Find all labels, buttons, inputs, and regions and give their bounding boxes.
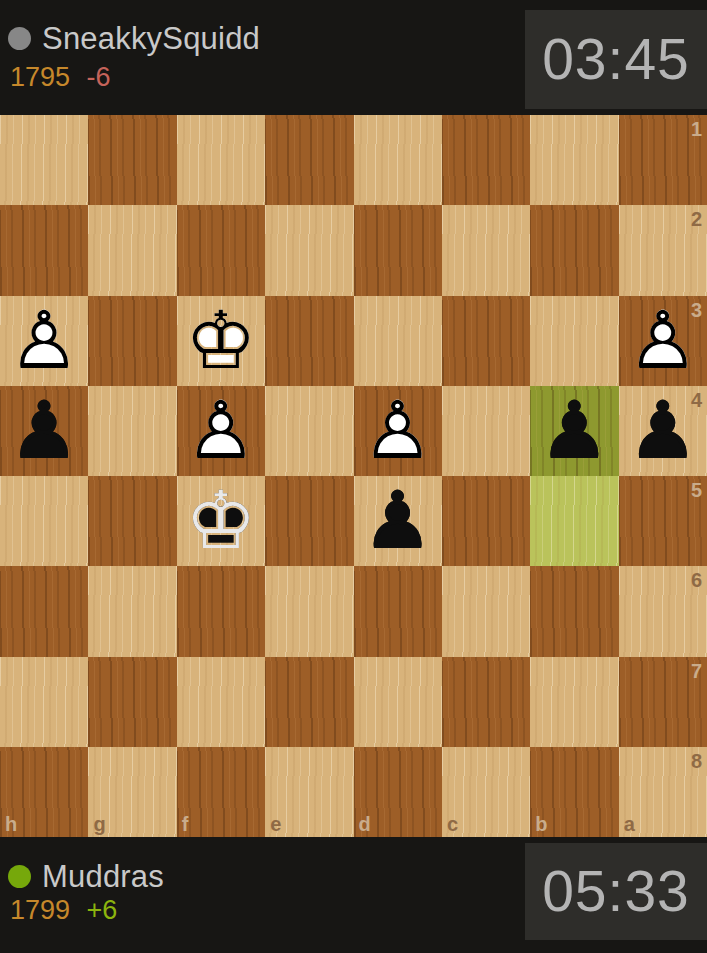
square-g6[interactable] (88, 566, 176, 656)
square-g7[interactable] (88, 657, 176, 747)
square-b8[interactable]: b (530, 747, 618, 837)
rank-label-8: 8 (691, 751, 702, 771)
square-c1[interactable] (442, 115, 530, 205)
top-player-name: SneakkySquidd (42, 23, 260, 54)
square-h7[interactable] (0, 657, 88, 747)
square-f7[interactable] (177, 657, 265, 747)
top-player-bar: SneakkySquidd 1795 -6 03:45 (0, 0, 707, 115)
square-e3[interactable] (265, 296, 353, 386)
square-f8[interactable]: f (177, 747, 265, 837)
square-d7[interactable] (354, 657, 442, 747)
white-king-piece: ♚♔ (177, 296, 265, 386)
file-label-c: c (447, 814, 458, 834)
top-player-clock: 03:45 (525, 10, 707, 109)
square-c4[interactable] (442, 386, 530, 476)
file-label-g: g (93, 814, 105, 834)
top-player-rating: 1795 (10, 62, 70, 92)
white-pawn-piece: ♟♙ (0, 296, 88, 386)
square-a8[interactable]: 8a (619, 747, 707, 837)
square-b2[interactable] (530, 205, 618, 295)
square-b1[interactable] (530, 115, 618, 205)
square-c8[interactable]: c (442, 747, 530, 837)
square-a2[interactable]: 2 (619, 205, 707, 295)
top-player-info: SneakkySquidd (8, 23, 260, 54)
rank-label-5: 5 (691, 480, 702, 500)
bottom-player-status-icon (8, 865, 31, 888)
square-f4[interactable]: ♟♙ (177, 386, 265, 476)
square-f1[interactable] (177, 115, 265, 205)
square-e8[interactable]: e (265, 747, 353, 837)
bottom-player-rating: 1799 (10, 895, 70, 925)
square-g1[interactable] (88, 115, 176, 205)
file-label-a: a (624, 814, 635, 834)
square-c3[interactable] (442, 296, 530, 386)
square-a6[interactable]: 6 (619, 566, 707, 656)
bottom-player-rating-diff: +6 (87, 895, 118, 925)
rank-label-2: 2 (691, 209, 702, 229)
black-pawn-piece: ♟♙ (0, 386, 88, 476)
rank-label-1: 1 (691, 119, 702, 139)
square-d8[interactable]: d (354, 747, 442, 837)
square-f6[interactable] (177, 566, 265, 656)
square-c7[interactable] (442, 657, 530, 747)
chess-board[interactable]: 12♟♙♚♔♟♙3♟♙♟♙♟♙♟♙♟♙4♚♔♟♙567hgfedcb8a (0, 115, 707, 837)
square-h4[interactable]: ♟♙ (0, 386, 88, 476)
square-h8[interactable]: h (0, 747, 88, 837)
bottom-player-rating-row: 1799 +6 (10, 897, 117, 924)
square-a7[interactable]: 7 (619, 657, 707, 747)
square-f2[interactable] (177, 205, 265, 295)
square-h6[interactable] (0, 566, 88, 656)
file-label-e: e (270, 814, 281, 834)
square-d2[interactable] (354, 205, 442, 295)
square-a3[interactable]: ♟♙3 (619, 296, 707, 386)
square-b7[interactable] (530, 657, 618, 747)
bottom-player-clock: 05:33 (525, 843, 707, 940)
square-d3[interactable] (354, 296, 442, 386)
black-pawn-piece: ♟♙ (354, 476, 442, 566)
top-player-rating-row: 1795 -6 (10, 64, 111, 91)
square-g8[interactable]: g (88, 747, 176, 837)
square-d4[interactable]: ♟♙ (354, 386, 442, 476)
square-g2[interactable] (88, 205, 176, 295)
square-f3[interactable]: ♚♔ (177, 296, 265, 386)
top-player-clock-time: 03:45 (542, 31, 690, 88)
black-king-piece: ♚♔ (177, 476, 265, 566)
square-c5[interactable] (442, 476, 530, 566)
square-h1[interactable] (0, 115, 88, 205)
square-a1[interactable]: 1 (619, 115, 707, 205)
square-d6[interactable] (354, 566, 442, 656)
rank-label-3: 3 (691, 300, 702, 320)
square-e7[interactable] (265, 657, 353, 747)
file-label-b: b (535, 814, 547, 834)
square-d1[interactable] (354, 115, 442, 205)
rank-label-4: 4 (691, 390, 702, 410)
bottom-player-info: Muddras (8, 861, 164, 892)
square-h2[interactable] (0, 205, 88, 295)
square-b4[interactable]: ♟♙ (530, 386, 618, 476)
square-g5[interactable] (88, 476, 176, 566)
square-e5[interactable] (265, 476, 353, 566)
top-player-status-icon (8, 27, 31, 50)
square-g4[interactable] (88, 386, 176, 476)
square-b6[interactable] (530, 566, 618, 656)
square-h5[interactable] (0, 476, 88, 566)
file-label-h: h (5, 814, 17, 834)
white-pawn-piece: ♟♙ (354, 386, 442, 476)
square-e1[interactable] (265, 115, 353, 205)
bottom-player-clock-time: 05:33 (542, 863, 690, 920)
square-c6[interactable] (442, 566, 530, 656)
square-a5[interactable]: 5 (619, 476, 707, 566)
square-h3[interactable]: ♟♙ (0, 296, 88, 386)
square-a4[interactable]: ♟♙4 (619, 386, 707, 476)
square-e2[interactable] (265, 205, 353, 295)
top-player-rating-diff: -6 (87, 62, 111, 92)
square-d5[interactable]: ♟♙ (354, 476, 442, 566)
white-pawn-piece: ♟♙ (177, 386, 265, 476)
file-label-f: f (182, 814, 189, 834)
square-c2[interactable] (442, 205, 530, 295)
square-g3[interactable] (88, 296, 176, 386)
bottom-player-name: Muddras (42, 861, 164, 892)
square-e4[interactable] (265, 386, 353, 476)
square-b3[interactable] (530, 296, 618, 386)
square-e6[interactable] (265, 566, 353, 656)
square-b5[interactable] (530, 476, 618, 566)
square-f5[interactable]: ♚♔ (177, 476, 265, 566)
bottom-player-bar: Muddras 1799 +6 05:33 (0, 837, 707, 953)
rank-label-7: 7 (691, 661, 702, 681)
black-pawn-piece: ♟♙ (530, 386, 618, 476)
rank-label-6: 6 (691, 570, 702, 590)
file-label-d: d (359, 814, 371, 834)
